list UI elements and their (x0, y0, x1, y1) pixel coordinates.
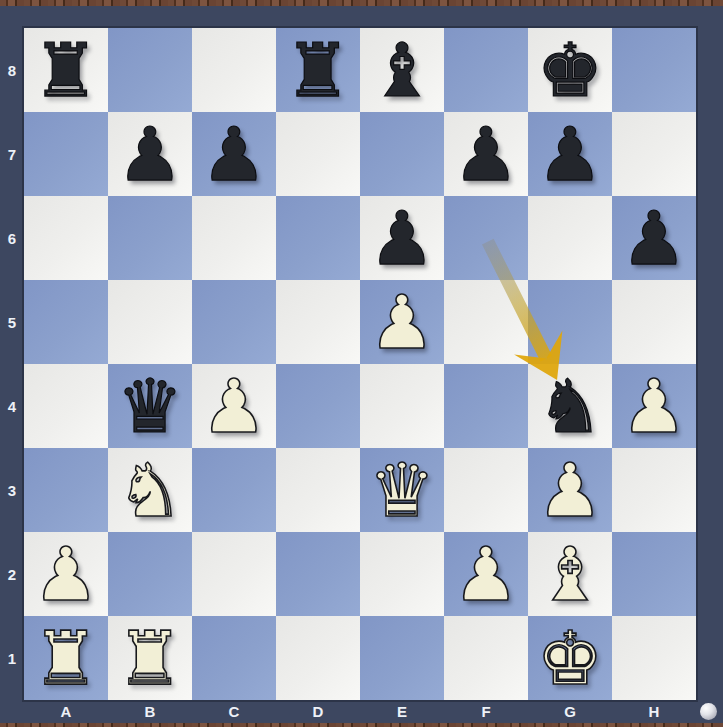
piece-white-knight[interactable]: ♞ (117, 448, 183, 532)
square-h5[interactable] (612, 280, 696, 364)
square-c3[interactable] (192, 448, 276, 532)
piece-white-rook[interactable]: ♜ (33, 616, 99, 700)
square-a7[interactable] (24, 112, 108, 196)
square-e1[interactable] (360, 616, 444, 700)
square-h7[interactable] (612, 112, 696, 196)
chess-app-window: 87654321 ♜♜♝♚♟♟♟♟♟♟♟♛♟♞♟♞♛♟♟♟♝♜♜♚ ABCDEF… (0, 0, 723, 727)
square-c7[interactable]: ♟ (192, 112, 276, 196)
square-d7[interactable] (276, 112, 360, 196)
square-e2[interactable] (360, 532, 444, 616)
square-d5[interactable] (276, 280, 360, 364)
piece-black-pawn[interactable]: ♟ (201, 112, 267, 196)
square-c1[interactable] (192, 616, 276, 700)
rank-label-1: 1 (0, 616, 24, 700)
square-g8[interactable]: ♚ (528, 28, 612, 112)
square-f1[interactable] (444, 616, 528, 700)
file-label-g: G (528, 700, 612, 723)
square-b4[interactable]: ♛ (108, 364, 192, 448)
square-f5[interactable] (444, 280, 528, 364)
rank-label-4: 4 (0, 364, 24, 448)
square-g5[interactable] (528, 280, 612, 364)
piece-white-bishop[interactable]: ♝ (537, 532, 603, 616)
rank-label-7: 7 (0, 112, 24, 196)
square-c6[interactable] (192, 196, 276, 280)
square-g4[interactable]: ♞ (528, 364, 612, 448)
square-f8[interactable] (444, 28, 528, 112)
rank-label-8: 8 (0, 28, 24, 112)
square-d4[interactable] (276, 364, 360, 448)
square-f2[interactable]: ♟ (444, 532, 528, 616)
square-h2[interactable] (612, 532, 696, 616)
piece-black-queen[interactable]: ♛ (117, 364, 183, 448)
square-a1[interactable]: ♜ (24, 616, 108, 700)
square-a8[interactable]: ♜ (24, 28, 108, 112)
square-d3[interactable] (276, 448, 360, 532)
piece-white-pawn[interactable]: ♟ (453, 532, 519, 616)
wood-trim-top (0, 0, 723, 6)
piece-white-pawn[interactable]: ♟ (537, 448, 603, 532)
piece-white-pawn[interactable]: ♟ (33, 532, 99, 616)
square-g1[interactable]: ♚ (528, 616, 612, 700)
piece-white-pawn[interactable]: ♟ (201, 364, 267, 448)
status-indicator-sphere (700, 703, 717, 720)
piece-black-knight[interactable]: ♞ (537, 364, 603, 448)
square-e7[interactable] (360, 112, 444, 196)
square-g2[interactable]: ♝ (528, 532, 612, 616)
square-f4[interactable] (444, 364, 528, 448)
square-b1[interactable]: ♜ (108, 616, 192, 700)
square-b7[interactable]: ♟ (108, 112, 192, 196)
square-e3[interactable]: ♛ (360, 448, 444, 532)
rank-label-5: 5 (0, 280, 24, 364)
square-h8[interactable] (612, 28, 696, 112)
file-label-f: F (444, 700, 528, 723)
piece-black-pawn[interactable]: ♟ (621, 196, 687, 280)
square-b8[interactable] (108, 28, 192, 112)
chess-board[interactable]: ♜♜♝♚♟♟♟♟♟♟♟♛♟♞♟♞♛♟♟♟♝♜♜♚ (24, 28, 696, 700)
piece-black-king[interactable]: ♚ (537, 28, 603, 112)
piece-black-pawn[interactable]: ♟ (117, 112, 183, 196)
square-b2[interactable] (108, 532, 192, 616)
square-b3[interactable]: ♞ (108, 448, 192, 532)
square-g6[interactable] (528, 196, 612, 280)
file-label-h: H (612, 700, 696, 723)
square-a5[interactable] (24, 280, 108, 364)
square-d6[interactable] (276, 196, 360, 280)
piece-white-pawn[interactable]: ♟ (369, 280, 435, 364)
square-c8[interactable] (192, 28, 276, 112)
file-label-e: E (360, 700, 444, 723)
square-h1[interactable] (612, 616, 696, 700)
square-h3[interactable] (612, 448, 696, 532)
square-e4[interactable] (360, 364, 444, 448)
piece-black-pawn[interactable]: ♟ (453, 112, 519, 196)
square-d1[interactable] (276, 616, 360, 700)
piece-black-bishop[interactable]: ♝ (369, 28, 435, 112)
square-h4[interactable]: ♟ (612, 364, 696, 448)
file-label-a: A (24, 700, 108, 723)
square-g7[interactable]: ♟ (528, 112, 612, 196)
square-e5[interactable]: ♟ (360, 280, 444, 364)
rank-label-6: 6 (0, 196, 24, 280)
square-c2[interactable] (192, 532, 276, 616)
wood-trim-bottom (0, 723, 723, 727)
square-a6[interactable] (24, 196, 108, 280)
square-a2[interactable]: ♟ (24, 532, 108, 616)
square-b6[interactable] (108, 196, 192, 280)
square-d2[interactable] (276, 532, 360, 616)
file-labels: ABCDEFGH (24, 700, 696, 723)
square-a4[interactable] (24, 364, 108, 448)
square-c4[interactable]: ♟ (192, 364, 276, 448)
piece-white-rook[interactable]: ♜ (117, 616, 183, 700)
piece-white-pawn[interactable]: ♟ (621, 364, 687, 448)
square-f3[interactable] (444, 448, 528, 532)
square-c5[interactable] (192, 280, 276, 364)
square-f7[interactable]: ♟ (444, 112, 528, 196)
rank-label-2: 2 (0, 532, 24, 616)
piece-black-pawn[interactable]: ♟ (369, 196, 435, 280)
square-h6[interactable]: ♟ (612, 196, 696, 280)
file-label-d: D (276, 700, 360, 723)
piece-black-pawn[interactable]: ♟ (537, 112, 603, 196)
square-e6[interactable]: ♟ (360, 196, 444, 280)
piece-white-queen[interactable]: ♛ (369, 448, 435, 532)
square-d8[interactable]: ♜ (276, 28, 360, 112)
square-b5[interactable] (108, 280, 192, 364)
piece-black-rook[interactable]: ♜ (285, 28, 351, 112)
square-g3[interactable]: ♟ (528, 448, 612, 532)
rank-label-3: 3 (0, 448, 24, 532)
file-label-b: B (108, 700, 192, 723)
piece-white-king[interactable]: ♚ (537, 616, 603, 700)
file-label-c: C (192, 700, 276, 723)
square-e8[interactable]: ♝ (360, 28, 444, 112)
piece-black-rook[interactable]: ♜ (33, 28, 99, 112)
square-f6[interactable] (444, 196, 528, 280)
square-a3[interactable] (24, 448, 108, 532)
